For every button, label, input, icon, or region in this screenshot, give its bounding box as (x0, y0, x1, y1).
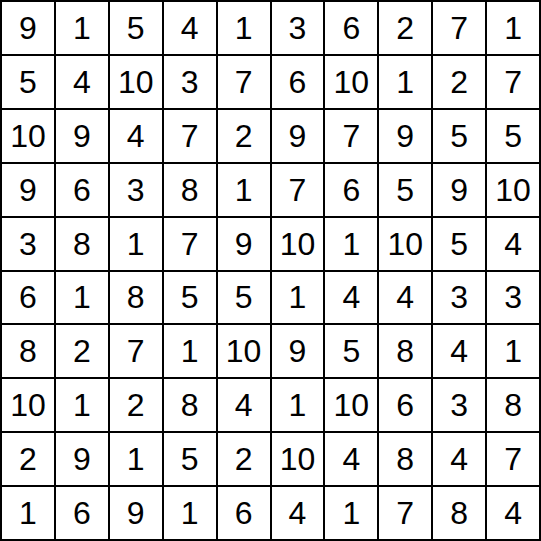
grid-cell[interactable]: 8 (2, 325, 54, 377)
grid-cell[interactable]: 6 (325, 2, 377, 54)
grid-cell[interactable]: 7 (110, 325, 162, 377)
grid-cell[interactable]: 9 (56, 110, 108, 162)
grid-cell[interactable]: 6 (56, 487, 108, 539)
grid-cell[interactable]: 7 (433, 2, 485, 54)
grid-cell[interactable]: 2 (2, 433, 54, 485)
grid-cell[interactable]: 4 (56, 56, 108, 108)
grid-cell[interactable]: 10 (2, 379, 54, 431)
grid-cell[interactable]: 1 (56, 272, 108, 324)
grid-cell[interactable]: 9 (2, 164, 54, 216)
grid-cell[interactable]: 8 (56, 218, 108, 270)
grid-cell[interactable]: 9 (56, 433, 108, 485)
grid-cell[interactable]: 9 (272, 325, 324, 377)
grid-cell[interactable]: 10 (110, 56, 162, 108)
grid-cell[interactable]: 6 (56, 164, 108, 216)
grid-cell[interactable]: 2 (110, 379, 162, 431)
grid-cell[interactable]: 1 (272, 272, 324, 324)
grid-cell[interactable]: 4 (433, 325, 485, 377)
grid-cell[interactable]: 1 (110, 433, 162, 485)
grid-cell[interactable]: 4 (487, 218, 539, 270)
grid-cell[interactable]: 7 (164, 218, 216, 270)
grid-cell[interactable]: 8 (433, 487, 485, 539)
grid-cell[interactable]: 4 (218, 379, 270, 431)
grid-cell[interactable]: 9 (2, 2, 54, 54)
grid-cell[interactable]: 3 (272, 2, 324, 54)
grid-cell[interactable]: 10 (272, 218, 324, 270)
grid-cell[interactable]: 5 (379, 164, 431, 216)
grid-cell[interactable]: 1 (164, 325, 216, 377)
grid-cell[interactable]: 5 (325, 325, 377, 377)
grid-cell[interactable]: 1 (218, 2, 270, 54)
grid-cell[interactable]: 5 (2, 56, 54, 108)
grid-cell[interactable]: 4 (487, 487, 539, 539)
grid-cell[interactable]: 6 (218, 487, 270, 539)
grid-cell[interactable]: 3 (433, 272, 485, 324)
number-grid: 9154136271541037610127109472979559638176… (0, 0, 541, 541)
grid-cell[interactable]: 8 (110, 272, 162, 324)
grid-cell[interactable]: 8 (379, 325, 431, 377)
grid-cell[interactable]: 5 (433, 110, 485, 162)
grid-cell[interactable]: 10 (325, 56, 377, 108)
grid-cell[interactable]: 6 (325, 164, 377, 216)
grid-cell[interactable]: 3 (164, 56, 216, 108)
grid-cell[interactable]: 1 (110, 218, 162, 270)
grid-cell[interactable]: 6 (379, 379, 431, 431)
grid-cell[interactable]: 5 (487, 110, 539, 162)
grid-cell[interactable]: 9 (218, 218, 270, 270)
grid-cell[interactable]: 10 (272, 433, 324, 485)
grid-cell[interactable]: 10 (325, 379, 377, 431)
grid-cell[interactable]: 3 (110, 164, 162, 216)
grid-cell[interactable]: 10 (2, 110, 54, 162)
grid-cell[interactable]: 10 (218, 325, 270, 377)
grid-cell[interactable]: 5 (218, 272, 270, 324)
grid-cell[interactable]: 7 (379, 487, 431, 539)
grid-cell[interactable]: 1 (164, 487, 216, 539)
grid-cell[interactable]: 2 (218, 433, 270, 485)
grid-cell[interactable]: 3 (2, 218, 54, 270)
grid-cell[interactable]: 1 (325, 487, 377, 539)
grid-cell[interactable]: 4 (272, 487, 324, 539)
grid-cell[interactable]: 5 (164, 272, 216, 324)
grid-cell[interactable]: 8 (487, 379, 539, 431)
grid-cell[interactable]: 4 (110, 110, 162, 162)
grid-cell[interactable]: 8 (379, 433, 431, 485)
grid-cell[interactable]: 7 (325, 110, 377, 162)
grid-cell[interactable]: 1 (2, 487, 54, 539)
grid-cell[interactable]: 4 (379, 272, 431, 324)
grid-cell[interactable]: 9 (272, 110, 324, 162)
grid-cell[interactable]: 1 (487, 2, 539, 54)
grid-cell[interactable]: 9 (110, 487, 162, 539)
grid-cell[interactable]: 10 (487, 164, 539, 216)
grid-cell[interactable]: 8 (164, 164, 216, 216)
grid-cell[interactable]: 3 (487, 272, 539, 324)
grid-cell[interactable]: 7 (218, 56, 270, 108)
grid-cell[interactable]: 1 (325, 218, 377, 270)
grid-cell[interactable]: 6 (272, 56, 324, 108)
grid-cell[interactable]: 4 (164, 2, 216, 54)
grid-cell[interactable]: 3 (433, 379, 485, 431)
grid-cell[interactable]: 2 (379, 2, 431, 54)
grid-cell[interactable]: 8 (164, 379, 216, 431)
grid-cell[interactable]: 5 (164, 433, 216, 485)
grid-cell[interactable]: 4 (325, 272, 377, 324)
grid-cell[interactable]: 1 (56, 2, 108, 54)
grid-cell[interactable]: 7 (164, 110, 216, 162)
grid-cell[interactable]: 5 (110, 2, 162, 54)
grid-cell[interactable]: 2 (218, 110, 270, 162)
grid-cell[interactable]: 1 (272, 379, 324, 431)
grid-cell[interactable]: 10 (379, 218, 431, 270)
grid-cell[interactable]: 1 (379, 56, 431, 108)
grid-cell[interactable]: 7 (487, 433, 539, 485)
grid-cell[interactable]: 2 (56, 325, 108, 377)
grid-cell[interactable]: 5 (433, 218, 485, 270)
grid-cell[interactable]: 2 (433, 56, 485, 108)
grid-cell[interactable]: 4 (433, 433, 485, 485)
grid-cell[interactable]: 6 (2, 272, 54, 324)
grid-cell[interactable]: 7 (272, 164, 324, 216)
grid-cell[interactable]: 1 (487, 325, 539, 377)
grid-cell[interactable]: 7 (487, 56, 539, 108)
grid-cell[interactable]: 4 (325, 433, 377, 485)
grid-cell[interactable]: 1 (56, 379, 108, 431)
grid-cell[interactable]: 9 (433, 164, 485, 216)
grid-cell[interactable]: 9 (379, 110, 431, 162)
grid-cell[interactable]: 1 (218, 164, 270, 216)
